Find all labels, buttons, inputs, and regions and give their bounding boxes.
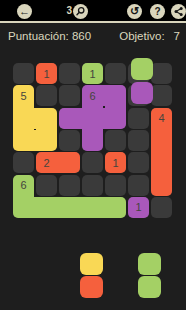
piece-green-6-join [50, 197, 66, 218]
board-cell [128, 130, 149, 151]
board-cell [59, 175, 80, 196]
piece-orange-1[interactable] [36, 63, 57, 84]
tray-piece-1-orange[interactable] [80, 276, 103, 298]
falling-piece-purple[interactable] [131, 82, 153, 104]
piece-purple-1[interactable] [128, 197, 149, 218]
board-cell [151, 63, 172, 84]
board-cell [36, 175, 57, 196]
board-cell [151, 85, 172, 106]
tray-piece-1-yellow[interactable] [80, 253, 103, 275]
board-cell [128, 152, 149, 173]
board-cell [59, 63, 80, 84]
falling-piece-green[interactable] [131, 58, 153, 80]
piece-green-6-join [73, 197, 89, 218]
piece-orange-4-join [151, 144, 172, 159]
puzzle-board: 115642161 [0, 0, 186, 310]
board-cell [82, 152, 103, 173]
board-cell [128, 175, 149, 196]
game-screen: ← 3 ↺ ? Puntuación: 8 [0, 0, 186, 310]
board-cell [13, 152, 34, 173]
board-cell [105, 175, 126, 196]
board-cell [59, 130, 80, 151]
piece-orange-1[interactable] [105, 152, 126, 173]
tray-piece-2-green[interactable] [138, 253, 161, 275]
board-cell [128, 108, 149, 129]
piece-orange-4-join [151, 122, 172, 137]
piece-orange-4-join [151, 166, 172, 181]
piece-green-6-join [27, 197, 43, 218]
board-cell [59, 85, 80, 106]
board-cell [82, 175, 103, 196]
piece-purple-6-join [82, 122, 103, 137]
board-cell [105, 63, 126, 84]
tray-piece-2-green[interactable] [138, 276, 161, 298]
piece-green-1[interactable] [82, 63, 103, 84]
board-cell [36, 85, 57, 106]
piece-yellow-5-join [27, 130, 43, 151]
piece-green-6-join [96, 197, 112, 218]
board-cell [13, 63, 34, 84]
piece-orange-2-join [50, 152, 66, 173]
board-cell [105, 130, 126, 151]
board-cell [151, 197, 172, 218]
